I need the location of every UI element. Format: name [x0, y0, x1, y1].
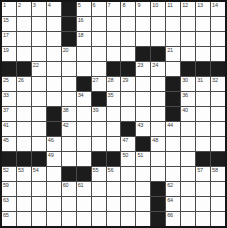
black-square-r14c11: [151, 197, 165, 211]
cell-r8c1[interactable]: 37: [2, 107, 16, 121]
clue-number-31: 31: [197, 77, 203, 83]
cell-r13c5[interactable]: 60: [62, 182, 76, 196]
clue-number-18: 18: [78, 32, 84, 38]
cell-r13c12[interactable]: 62: [166, 182, 180, 196]
cell-r6c14[interactable]: 31: [196, 77, 210, 91]
cell-r12c8[interactable]: 56: [107, 167, 121, 181]
cell-r5c11[interactable]: 24: [151, 62, 165, 76]
cell-r12c14[interactable]: 57: [196, 167, 210, 181]
cell-r2c4[interactable]: [47, 17, 61, 31]
clue-number-17: 17: [3, 32, 9, 38]
black-square-r11c8: [107, 152, 121, 166]
cell-r14c10[interactable]: [136, 197, 150, 211]
cell-r13c6[interactable]: 61: [77, 182, 91, 196]
cell-r7c10[interactable]: [136, 92, 150, 106]
clue-number-41: 41: [3, 122, 9, 128]
cell-r11c6[interactable]: [77, 152, 91, 166]
cell-r2c11[interactable]: [151, 17, 165, 31]
cell-r1c2[interactable]: 2: [17, 2, 31, 16]
cell-r6c7[interactable]: 27: [92, 77, 106, 91]
cell-r12c13[interactable]: [181, 167, 195, 181]
cell-r7c2[interactable]: [17, 92, 31, 106]
clue-number-30: 30: [182, 77, 188, 83]
cell-r15c3[interactable]: [32, 212, 46, 226]
cell-r13c4[interactable]: [47, 182, 61, 196]
cell-r3c14[interactable]: [196, 32, 210, 46]
cell-r9c12[interactable]: 44: [166, 122, 180, 136]
black-square-r3c5: [62, 32, 76, 46]
cell-r9c8[interactable]: [107, 122, 121, 136]
cell-r8c6[interactable]: [77, 107, 91, 121]
cell-r1c11[interactable]: 10: [151, 2, 165, 16]
cell-r5c5[interactable]: [62, 62, 76, 76]
clue-number-37: 37: [3, 107, 9, 113]
cell-r4c13[interactable]: [181, 47, 195, 61]
cell-r2c8[interactable]: [107, 17, 121, 31]
clue-number-7: 7: [108, 2, 111, 8]
cell-r3c7[interactable]: [92, 32, 106, 46]
cell-r11c4[interactable]: 49: [47, 152, 61, 166]
cell-r4c1[interactable]: 19: [2, 47, 16, 61]
cell-r3c6[interactable]: 18: [77, 32, 91, 46]
cell-r10c8[interactable]: [107, 137, 121, 151]
cell-r6c4[interactable]: [47, 77, 61, 91]
cell-r15c1[interactable]: 65: [2, 212, 16, 226]
black-square-r7c7: [92, 92, 106, 106]
cell-r7c8[interactable]: 35: [107, 92, 121, 106]
cell-r3c15[interactable]: [211, 32, 225, 46]
cell-r4c14[interactable]: [196, 47, 210, 61]
clue-number-11: 11: [167, 2, 172, 8]
cell-r6c3[interactable]: [32, 77, 46, 91]
cell-r6c10[interactable]: [136, 77, 150, 91]
cell-r3c12[interactable]: [166, 32, 180, 46]
cell-r3c10[interactable]: [136, 32, 150, 46]
clue-number-44: 44: [167, 122, 173, 128]
cell-r10c12[interactable]: [166, 137, 180, 151]
crossword-board: 1234567891011121314151617181920212223242…: [0, 0, 227, 228]
cell-r5c6[interactable]: [77, 62, 91, 76]
cell-r9c1[interactable]: 41: [2, 122, 16, 136]
cell-r1c4[interactable]: 4: [47, 2, 61, 16]
clue-number-58: 58: [212, 167, 218, 173]
cell-r1c10[interactable]: 9: [136, 2, 150, 16]
clue-number-36: 36: [182, 92, 188, 98]
cell-r15c7[interactable]: [92, 212, 106, 226]
clue-number-16: 16: [78, 17, 84, 23]
cell-r10c7[interactable]: [92, 137, 106, 151]
cell-r13c15[interactable]: [211, 182, 225, 196]
cell-r4c7[interactable]: [92, 47, 106, 61]
clue-number-32: 32: [212, 77, 218, 83]
cell-r12c4[interactable]: [47, 167, 61, 181]
cell-r15c10[interactable]: [136, 212, 150, 226]
black-square-r5c1: [2, 62, 16, 76]
clue-number-1: 1: [3, 2, 6, 8]
black-square-r12c6: [77, 167, 91, 181]
clue-number-55: 55: [93, 167, 99, 173]
clue-number-23: 23: [137, 62, 143, 68]
cell-r15c2[interactable]: [17, 212, 31, 226]
cell-r14c4[interactable]: [47, 197, 61, 211]
cell-r7c4[interactable]: [47, 92, 61, 106]
cell-r3c9[interactable]: [121, 32, 135, 46]
clue-number-48: 48: [152, 137, 158, 143]
cell-r13c8[interactable]: [107, 182, 121, 196]
cell-r11c10[interactable]: 51: [136, 152, 150, 166]
cell-r4c12[interactable]: 21: [166, 47, 180, 61]
cell-r13c1[interactable]: 59: [2, 182, 16, 196]
cell-r7c13[interactable]: 36: [181, 92, 195, 106]
cell-r7c5[interactable]: [62, 92, 76, 106]
clue-number-35: 35: [108, 92, 114, 98]
cell-r10c5[interactable]: [62, 137, 76, 151]
cell-r14c2[interactable]: [17, 197, 31, 211]
cell-r3c8[interactable]: [107, 32, 121, 46]
cell-r12c10[interactable]: [136, 167, 150, 181]
clue-number-65: 65: [3, 212, 9, 218]
black-square-r6c12: [166, 77, 180, 91]
cell-r15c12[interactable]: 66: [166, 212, 180, 226]
cell-r6c8[interactable]: 28: [107, 77, 121, 91]
black-square-r10c10: [136, 137, 150, 151]
clue-number-25: 25: [3, 77, 9, 83]
clue-number-46: 46: [48, 137, 54, 143]
cell-r10c2[interactable]: [17, 137, 31, 151]
cell-r13c14[interactable]: [196, 182, 210, 196]
black-square-r5c2: [17, 62, 31, 76]
cell-r11c5[interactable]: [62, 152, 76, 166]
cell-r1c9[interactable]: 8: [121, 2, 135, 16]
cell-r1c14[interactable]: 13: [196, 2, 210, 16]
clue-number-45: 45: [3, 137, 9, 143]
clue-number-22: 22: [33, 62, 39, 68]
cell-r9c15[interactable]: [211, 122, 225, 136]
clue-number-10: 10: [152, 2, 158, 8]
clue-number-49: 49: [48, 152, 54, 158]
clue-number-14: 14: [212, 2, 218, 8]
cell-r1c13[interactable]: 12: [181, 2, 195, 16]
cell-r14c1[interactable]: 63: [2, 197, 16, 211]
cell-r5c4[interactable]: [47, 62, 61, 76]
clue-number-63: 63: [3, 197, 9, 203]
cell-r2c9[interactable]: [121, 17, 135, 31]
black-square-r1c5: [62, 2, 76, 16]
black-square-r4c10: [136, 47, 150, 61]
black-square-r5c14: [196, 62, 210, 76]
cell-r13c3[interactable]: [32, 182, 46, 196]
cell-r4c8[interactable]: [107, 47, 121, 61]
black-square-r5c13: [181, 62, 195, 76]
cell-r3c13[interactable]: [181, 32, 195, 46]
cell-r10c15[interactable]: [211, 137, 225, 151]
clue-number-47: 47: [122, 137, 128, 143]
cell-r14c13[interactable]: [181, 197, 195, 211]
clue-number-28: 28: [108, 77, 114, 83]
black-square-r12c5: [62, 167, 76, 181]
cell-r11c12[interactable]: [166, 152, 180, 166]
clue-number-12: 12: [182, 2, 188, 8]
black-square-r9c9: [121, 122, 135, 136]
cell-r3c4[interactable]: [47, 32, 61, 46]
cell-r6c13[interactable]: 30: [181, 77, 195, 91]
clue-number-27: 27: [93, 77, 99, 83]
cell-r14c6[interactable]: [77, 197, 91, 211]
black-square-r11c7: [92, 152, 106, 166]
cell-r2c7[interactable]: [92, 17, 106, 31]
black-square-r5c8: [107, 62, 121, 76]
cell-r7c14[interactable]: [196, 92, 210, 106]
cell-r15c15[interactable]: [211, 212, 225, 226]
cell-r14c7[interactable]: [92, 197, 106, 211]
cell-r6c9[interactable]: 29: [121, 77, 135, 91]
cell-r12c2[interactable]: 53: [17, 167, 31, 181]
cell-r8c10[interactable]: [136, 107, 150, 121]
clue-number-26: 26: [18, 77, 24, 83]
cell-r8c7[interactable]: 39: [92, 107, 106, 121]
black-square-r5c15: [211, 62, 225, 76]
cell-r4c4[interactable]: [47, 47, 61, 61]
cell-r10c1[interactable]: 45: [2, 137, 16, 151]
cell-r10c6[interactable]: [77, 137, 91, 151]
cell-r8c9[interactable]: [121, 107, 135, 121]
cell-r8c8[interactable]: [107, 107, 121, 121]
cell-r2c1[interactable]: 15: [2, 17, 16, 31]
black-square-r15c11: [151, 212, 165, 226]
clue-number-33: 33: [3, 92, 9, 98]
black-square-r11c14: [196, 152, 210, 166]
clue-number-8: 8: [122, 2, 125, 8]
clue-number-53: 53: [18, 167, 24, 173]
cell-r1c3[interactable]: 3: [32, 2, 46, 16]
cell-r12c15[interactable]: 58: [211, 167, 225, 181]
clue-number-9: 9: [137, 2, 140, 8]
cell-r1c8[interactable]: 7: [107, 2, 121, 16]
cell-r9c14[interactable]: [196, 122, 210, 136]
clue-number-4: 4: [48, 2, 51, 8]
cell-r14c14[interactable]: [196, 197, 210, 211]
cell-r14c3[interactable]: [32, 197, 46, 211]
cell-r3c11[interactable]: [151, 32, 165, 46]
cell-r1c12[interactable]: 11: [166, 2, 180, 16]
black-square-r11c1: [2, 152, 16, 166]
cell-r2c12[interactable]: [166, 17, 180, 31]
clue-number-61: 61: [78, 182, 84, 188]
cell-r10c11[interactable]: 48: [151, 137, 165, 151]
cell-r11c11[interactable]: [151, 152, 165, 166]
black-square-r7c12: [166, 92, 180, 106]
cell-r10c14[interactable]: [196, 137, 210, 151]
cell-r8c15[interactable]: [211, 107, 225, 121]
cell-r5c7[interactable]: [92, 62, 106, 76]
cell-r11c9[interactable]: 50: [121, 152, 135, 166]
cell-r15c13[interactable]: [181, 212, 195, 226]
cell-r12c1[interactable]: 52: [2, 167, 16, 181]
black-square-r11c3: [32, 152, 46, 166]
cell-r3c2[interactable]: [17, 32, 31, 46]
cell-r6c5[interactable]: [62, 77, 76, 91]
cell-r9c13[interactable]: [181, 122, 195, 136]
clue-number-42: 42: [63, 122, 69, 128]
clue-number-57: 57: [197, 167, 203, 173]
cell-r5c12[interactable]: [166, 62, 180, 76]
cell-r9c3[interactable]: [32, 122, 46, 136]
clue-number-20: 20: [63, 47, 69, 53]
cell-r12c3[interactable]: 54: [32, 167, 46, 181]
cell-r7c3[interactable]: [32, 92, 46, 106]
cell-r7c9[interactable]: [121, 92, 135, 106]
cell-r2c2[interactable]: [17, 17, 31, 31]
cell-r6c1[interactable]: 25: [2, 77, 16, 91]
clue-number-21: 21: [167, 47, 173, 53]
cell-r9c11[interactable]: [151, 122, 165, 136]
cell-r8c5[interactable]: 38: [62, 107, 76, 121]
cell-r3c3[interactable]: [32, 32, 46, 46]
cell-r4c6[interactable]: [77, 47, 91, 61]
black-square-r11c15: [211, 152, 225, 166]
cell-r9c10[interactable]: 43: [136, 122, 150, 136]
black-square-r8c12: [166, 107, 180, 121]
cell-r8c11[interactable]: [151, 107, 165, 121]
black-square-r9c4: [47, 122, 61, 136]
cell-r15c9[interactable]: [121, 212, 135, 226]
clue-number-50: 50: [122, 152, 128, 158]
cell-r2c10[interactable]: [136, 17, 150, 31]
clue-number-59: 59: [3, 182, 9, 188]
cell-r10c9[interactable]: 47: [121, 137, 135, 151]
cell-r8c13[interactable]: 40: [181, 107, 195, 121]
black-square-r13c11: [151, 182, 165, 196]
clue-number-62: 62: [167, 182, 173, 188]
cell-r7c6[interactable]: 34: [77, 92, 91, 106]
cell-r1c15[interactable]: 14: [211, 2, 225, 16]
cell-r13c10[interactable]: [136, 182, 150, 196]
clue-number-56: 56: [108, 167, 114, 173]
cell-r4c15[interactable]: [211, 47, 225, 61]
cell-r2c3[interactable]: [32, 17, 46, 31]
cell-r10c3[interactable]: [32, 137, 46, 151]
cell-r12c7[interactable]: 55: [92, 167, 106, 181]
cell-r13c2[interactable]: [17, 182, 31, 196]
clue-number-24: 24: [152, 62, 158, 68]
cell-r3c1[interactable]: 17: [2, 32, 16, 46]
cell-r14c8[interactable]: [107, 197, 121, 211]
cell-r13c7[interactable]: [92, 182, 106, 196]
black-square-r5c9: [121, 62, 135, 76]
clue-number-19: 19: [3, 47, 9, 53]
clue-number-39: 39: [93, 107, 99, 113]
cell-r9c6[interactable]: [77, 122, 91, 136]
cell-r13c9[interactable]: [121, 182, 135, 196]
cell-r12c9[interactable]: [121, 167, 135, 181]
cell-r15c5[interactable]: [62, 212, 76, 226]
cell-r14c15[interactable]: [211, 197, 225, 211]
clue-number-29: 29: [122, 77, 128, 83]
clue-number-15: 15: [3, 17, 9, 23]
cell-r2c13[interactable]: [181, 17, 195, 31]
cell-r5c10[interactable]: 23: [136, 62, 150, 76]
clue-number-3: 3: [33, 2, 36, 8]
clue-number-2: 2: [18, 2, 21, 8]
cell-r8c3[interactable]: [32, 107, 46, 121]
cell-r10c13[interactable]: [181, 137, 195, 151]
cell-r7c11[interactable]: [151, 92, 165, 106]
cell-r15c8[interactable]: [107, 212, 121, 226]
cell-r1c7[interactable]: 6: [92, 2, 106, 16]
cell-r7c15[interactable]: [211, 92, 225, 106]
clue-number-38: 38: [63, 107, 69, 113]
clue-number-34: 34: [78, 92, 84, 98]
cell-r11c13[interactable]: [181, 152, 195, 166]
clue-number-51: 51: [137, 152, 143, 158]
clue-number-43: 43: [137, 122, 143, 128]
black-square-r6c6: [77, 77, 91, 91]
cell-r13c13[interactable]: [181, 182, 195, 196]
cell-r14c5[interactable]: [62, 197, 76, 211]
cell-r15c14[interactable]: [196, 212, 210, 226]
cell-r7c1[interactable]: 33: [2, 92, 16, 106]
cell-r4c2[interactable]: [17, 47, 31, 61]
cell-r4c3[interactable]: [32, 47, 46, 61]
black-square-r4c11: [151, 47, 165, 61]
crossword-puzzle: 1234567891011121314151617181920212223242…: [0, 0, 227, 228]
clue-number-60: 60: [63, 182, 69, 188]
cell-r4c5[interactable]: 20: [62, 47, 76, 61]
cell-r6c11[interactable]: [151, 77, 165, 91]
cell-r12c11[interactable]: [151, 167, 165, 181]
black-square-r2c5: [62, 17, 76, 31]
cell-r6c2[interactable]: 26: [17, 77, 31, 91]
black-square-r8c4: [47, 107, 61, 121]
cell-r12c12[interactable]: [166, 167, 180, 181]
cell-r8c14[interactable]: [196, 107, 210, 121]
cell-r2c15[interactable]: [211, 17, 225, 31]
cell-r14c9[interactable]: [121, 197, 135, 211]
cell-r15c6[interactable]: [77, 212, 91, 226]
black-square-r11c2: [17, 152, 31, 166]
cell-r14c12[interactable]: 64: [166, 197, 180, 211]
clue-number-5: 5: [78, 2, 81, 8]
cell-r15c4[interactable]: [47, 212, 61, 226]
cell-r6c15[interactable]: 32: [211, 77, 225, 91]
cell-r1c1[interactable]: 1: [2, 2, 16, 16]
cell-r4c9[interactable]: [121, 47, 135, 61]
clue-number-64: 64: [167, 197, 173, 203]
cell-r5c3[interactable]: 22: [32, 62, 46, 76]
cell-r2c6[interactable]: 16: [77, 17, 91, 31]
cell-r1c6[interactable]: 5: [77, 2, 91, 16]
cell-r9c2[interactable]: [17, 122, 31, 136]
cell-r9c7[interactable]: [92, 122, 106, 136]
clue-number-6: 6: [93, 2, 96, 8]
cell-r2c14[interactable]: [196, 17, 210, 31]
cell-r8c2[interactable]: [17, 107, 31, 121]
clue-number-66: 66: [167, 212, 173, 218]
clue-number-54: 54: [33, 167, 39, 173]
clue-number-52: 52: [3, 167, 9, 173]
clue-number-13: 13: [197, 2, 203, 8]
clue-number-40: 40: [182, 107, 188, 113]
cell-r9c5[interactable]: 42: [62, 122, 76, 136]
cell-r10c4[interactable]: 46: [47, 137, 61, 151]
